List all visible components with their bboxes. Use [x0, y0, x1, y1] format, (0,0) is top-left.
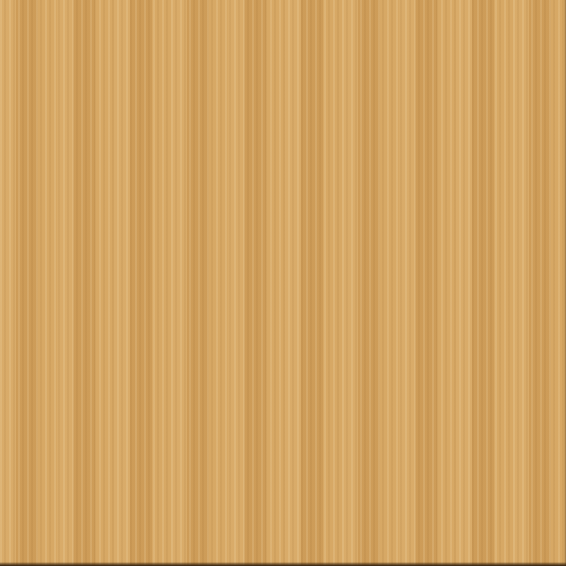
column-labels-bottom: [16, 545, 548, 561]
go-board[interactable]: [0, 0, 566, 566]
board-edge-shadow-bottom: [0, 562, 566, 566]
intersections-grid: [16, 14, 548, 546]
